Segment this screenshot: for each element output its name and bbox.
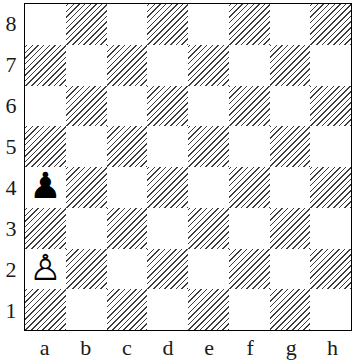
square-e2[interactable] — [188, 249, 229, 290]
square-g5[interactable] — [270, 126, 311, 167]
square-c1[interactable] — [107, 289, 148, 330]
square-f8[interactable] — [229, 4, 270, 45]
file-labels: abcdefgh — [24, 333, 353, 363]
square-e3[interactable] — [188, 208, 229, 249]
file-label-f: f — [230, 333, 271, 363]
rank-label-6: 6 — [0, 85, 22, 126]
square-e5[interactable] — [188, 126, 229, 167]
square-h6[interactable] — [310, 86, 351, 127]
square-c8[interactable] — [107, 4, 148, 45]
file-label-d: d — [147, 333, 188, 363]
square-b8[interactable] — [66, 4, 107, 45]
rank-label-7: 7 — [0, 44, 22, 85]
file-label-e: e — [189, 333, 230, 363]
white-pawn[interactable]: ♙ — [29, 250, 61, 286]
square-g1[interactable] — [270, 289, 311, 330]
square-c5[interactable] — [107, 126, 148, 167]
rank-labels: 87654321 — [0, 3, 22, 332]
chess-board: ♟♙ — [24, 3, 352, 331]
rank-label-1: 1 — [0, 291, 22, 332]
square-e6[interactable] — [188, 86, 229, 127]
square-h7[interactable] — [310, 45, 351, 86]
square-b3[interactable] — [66, 208, 107, 249]
rank-label-5: 5 — [0, 126, 22, 167]
square-a6[interactable] — [25, 86, 66, 127]
square-a3[interactable] — [25, 208, 66, 249]
square-a7[interactable] — [25, 45, 66, 86]
square-h5[interactable] — [310, 126, 351, 167]
square-g4[interactable] — [270, 167, 311, 208]
square-b2[interactable] — [66, 249, 107, 290]
square-e8[interactable] — [188, 4, 229, 45]
file-label-b: b — [65, 333, 106, 363]
square-c3[interactable] — [107, 208, 148, 249]
square-f6[interactable] — [229, 86, 270, 127]
rank-label-4: 4 — [0, 168, 22, 209]
square-g2[interactable] — [270, 249, 311, 290]
square-g6[interactable] — [270, 86, 311, 127]
file-label-g: g — [271, 333, 312, 363]
rank-label-3: 3 — [0, 209, 22, 250]
chess-diagram: 87654321 ♟♙ abcdefgh — [0, 0, 354, 364]
file-label-h: h — [312, 333, 353, 363]
square-f2[interactable] — [229, 249, 270, 290]
rank-label-2: 2 — [0, 250, 22, 291]
square-h1[interactable] — [310, 289, 351, 330]
square-d8[interactable] — [147, 4, 188, 45]
square-d6[interactable] — [147, 86, 188, 127]
square-d7[interactable] — [147, 45, 188, 86]
square-h2[interactable] — [310, 249, 351, 290]
square-f3[interactable] — [229, 208, 270, 249]
square-f7[interactable] — [229, 45, 270, 86]
square-f4[interactable] — [229, 167, 270, 208]
square-d5[interactable] — [147, 126, 188, 167]
square-b4[interactable] — [66, 167, 107, 208]
square-b6[interactable] — [66, 86, 107, 127]
square-c2[interactable] — [107, 249, 148, 290]
square-a5[interactable] — [25, 126, 66, 167]
square-g3[interactable] — [270, 208, 311, 249]
square-c6[interactable] — [107, 86, 148, 127]
square-a8[interactable] — [25, 4, 66, 45]
square-e1[interactable] — [188, 289, 229, 330]
square-d4[interactable] — [147, 167, 188, 208]
square-d3[interactable] — [147, 208, 188, 249]
square-h3[interactable] — [310, 208, 351, 249]
square-e4[interactable] — [188, 167, 229, 208]
square-b1[interactable] — [66, 289, 107, 330]
file-label-c: c — [106, 333, 147, 363]
square-h4[interactable] — [310, 167, 351, 208]
square-h8[interactable] — [310, 4, 351, 45]
square-e7[interactable] — [188, 45, 229, 86]
file-label-a: a — [24, 333, 65, 363]
square-a2[interactable]: ♙ — [25, 249, 66, 290]
square-a1[interactable] — [25, 289, 66, 330]
square-b5[interactable] — [66, 126, 107, 167]
square-f1[interactable] — [229, 289, 270, 330]
black-pawn[interactable]: ♟ — [29, 168, 61, 204]
rank-label-8: 8 — [0, 3, 22, 44]
square-a4[interactable]: ♟ — [25, 167, 66, 208]
square-c4[interactable] — [107, 167, 148, 208]
square-g7[interactable] — [270, 45, 311, 86]
square-d1[interactable] — [147, 289, 188, 330]
square-f5[interactable] — [229, 126, 270, 167]
square-b7[interactable] — [66, 45, 107, 86]
square-d2[interactable] — [147, 249, 188, 290]
square-g8[interactable] — [270, 4, 311, 45]
square-c7[interactable] — [107, 45, 148, 86]
